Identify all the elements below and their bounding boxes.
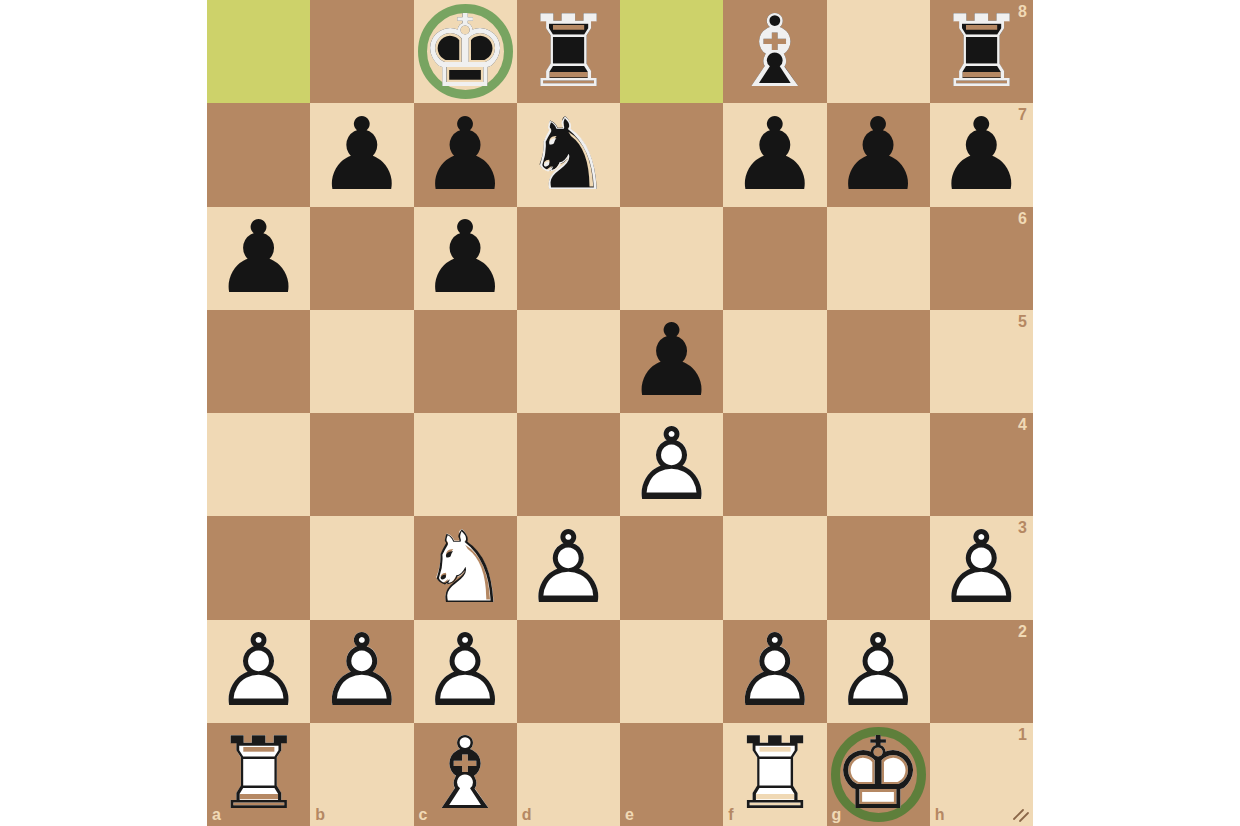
square-h2[interactable]: 2 bbox=[930, 620, 1033, 723]
piece-glyph-fill: ♝ bbox=[414, 723, 517, 826]
square-b5[interactable] bbox=[310, 310, 413, 413]
square-g1[interactable]: ♚♔g bbox=[827, 723, 930, 826]
piece-glyph-fill: ♞ bbox=[414, 516, 517, 619]
piece-glyph-fill: ♟ bbox=[930, 103, 1033, 206]
square-e3[interactable] bbox=[620, 516, 723, 619]
square-g5[interactable] bbox=[827, 310, 930, 413]
piece-white-rook[interactable]: ♜♖ bbox=[723, 723, 826, 826]
piece-glyph-fill: ♜ bbox=[517, 0, 620, 103]
square-d8[interactable]: ♜♖ bbox=[517, 0, 620, 103]
piece-glyph-outline: ♗ bbox=[723, 0, 826, 103]
piece-white-pawn[interactable]: ♟♙ bbox=[930, 516, 1033, 619]
square-d3[interactable]: ♟♙ bbox=[517, 516, 620, 619]
piece-glyph-fill: ♟ bbox=[414, 207, 517, 310]
piece-white-pawn[interactable]: ♟♙ bbox=[310, 620, 413, 723]
piece-glyph-fill: ♜ bbox=[930, 0, 1033, 103]
square-e7[interactable] bbox=[620, 103, 723, 206]
piece-glyph-outline: ♖ bbox=[723, 723, 826, 826]
piece-glyph-fill: ♚ bbox=[827, 723, 930, 826]
square-e5[interactable]: ♟ bbox=[620, 310, 723, 413]
piece-black-pawn[interactable]: ♟ bbox=[310, 103, 413, 206]
square-c4[interactable] bbox=[414, 413, 517, 516]
rank-label-6: 6 bbox=[1018, 210, 1027, 228]
square-f5[interactable] bbox=[723, 310, 826, 413]
square-g7[interactable]: ♟ bbox=[827, 103, 930, 206]
square-g2[interactable]: ♟♙ bbox=[827, 620, 930, 723]
piece-black-pawn[interactable]: ♟ bbox=[827, 103, 930, 206]
square-d1[interactable]: d bbox=[517, 723, 620, 826]
piece-glyph-outline: ♗ bbox=[414, 723, 517, 826]
piece-glyph-fill: ♟ bbox=[310, 620, 413, 723]
piece-black-bishop[interactable]: ♝♗ bbox=[723, 0, 826, 103]
piece-glyph-fill: ♟ bbox=[723, 103, 826, 206]
piece-glyph-fill: ♟ bbox=[827, 620, 930, 723]
piece-white-knight[interactable]: ♞♘ bbox=[414, 516, 517, 619]
piece-glyph-outline: ♙ bbox=[517, 516, 620, 619]
piece-glyph-fill: ♟ bbox=[414, 103, 517, 206]
piece-glyph-outline: ♖ bbox=[517, 0, 620, 103]
piece-glyph-fill: ♜ bbox=[207, 723, 310, 826]
square-c7[interactable]: ♟ bbox=[414, 103, 517, 206]
square-h7[interactable]: ♟7 bbox=[930, 103, 1033, 206]
piece-glyph-fill: ♟ bbox=[310, 103, 413, 206]
square-h4[interactable]: 4 bbox=[930, 413, 1033, 516]
piece-glyph-outline: ♙ bbox=[310, 620, 413, 723]
square-g3[interactable] bbox=[827, 516, 930, 619]
file-label-h: h bbox=[935, 806, 945, 824]
square-d6[interactable] bbox=[517, 207, 620, 310]
piece-glyph-outline: ♖ bbox=[207, 723, 310, 826]
square-c1[interactable]: ♝♗c bbox=[414, 723, 517, 826]
board-resize-handle-icon[interactable] bbox=[1011, 804, 1031, 824]
square-h6[interactable]: 6 bbox=[930, 207, 1033, 310]
file-label-e: e bbox=[625, 806, 634, 824]
piece-glyph-outline: ♘ bbox=[517, 103, 620, 206]
piece-black-rook[interactable]: ♜♖ bbox=[930, 0, 1033, 103]
piece-glyph-outline: ♙ bbox=[620, 413, 723, 516]
piece-glyph-outline: ♙ bbox=[930, 516, 1033, 619]
piece-white-bishop[interactable]: ♝♗ bbox=[414, 723, 517, 826]
square-a2[interactable]: ♟♙ bbox=[207, 620, 310, 723]
square-h3[interactable]: ♟♙3 bbox=[930, 516, 1033, 619]
piece-glyph-fill: ♞ bbox=[517, 103, 620, 206]
piece-white-pawn[interactable]: ♟♙ bbox=[517, 516, 620, 619]
piece-white-pawn[interactable]: ♟♙ bbox=[207, 620, 310, 723]
piece-glyph-fill: ♟ bbox=[414, 620, 517, 723]
piece-white-pawn[interactable]: ♟♙ bbox=[723, 620, 826, 723]
square-e6[interactable] bbox=[620, 207, 723, 310]
square-f4[interactable] bbox=[723, 413, 826, 516]
square-b7[interactable]: ♟ bbox=[310, 103, 413, 206]
square-f3[interactable] bbox=[723, 516, 826, 619]
square-b8[interactable] bbox=[310, 0, 413, 103]
square-g4[interactable] bbox=[827, 413, 930, 516]
square-b3[interactable] bbox=[310, 516, 413, 619]
square-d2[interactable] bbox=[517, 620, 620, 723]
piece-black-king[interactable]: ♚♔ bbox=[414, 0, 517, 103]
piece-glyph-outline: ♖ bbox=[930, 0, 1033, 103]
piece-glyph-fill: ♝ bbox=[723, 0, 826, 103]
file-label-d: d bbox=[522, 806, 532, 824]
file-label-b: b bbox=[315, 806, 325, 824]
square-c6[interactable]: ♟ bbox=[414, 207, 517, 310]
chess-board: ♚♔♜♖♝♗♜♖8♟♟♞♘♟♟♟7♟♟6♟5♟♙4♞♘♟♙♟♙3♟♙♟♙♟♙♟♙… bbox=[207, 0, 1033, 826]
piece-black-pawn[interactable]: ♟ bbox=[414, 103, 517, 206]
square-e1[interactable]: e bbox=[620, 723, 723, 826]
square-e8[interactable] bbox=[620, 0, 723, 103]
square-b4[interactable] bbox=[310, 413, 413, 516]
piece-glyph-outline: ♙ bbox=[723, 620, 826, 723]
square-g6[interactable] bbox=[827, 207, 930, 310]
piece-white-pawn[interactable]: ♟♙ bbox=[827, 620, 930, 723]
piece-black-pawn[interactable]: ♟ bbox=[207, 207, 310, 310]
piece-white-pawn[interactable]: ♟♙ bbox=[620, 413, 723, 516]
square-a3[interactable] bbox=[207, 516, 310, 619]
piece-glyph-fill: ♚ bbox=[414, 0, 517, 103]
piece-glyph-fill: ♟ bbox=[620, 310, 723, 413]
square-h5[interactable]: 5 bbox=[930, 310, 1033, 413]
page-background: ♚♔♜♖♝♗♜♖8♟♟♞♘♟♟♟7♟♟6♟5♟♙4♞♘♟♙♟♙3♟♙♟♙♟♙♟♙… bbox=[0, 0, 1240, 826]
square-d4[interactable] bbox=[517, 413, 620, 516]
square-f1[interactable]: ♜♖f bbox=[723, 723, 826, 826]
square-c3[interactable]: ♞♘ bbox=[414, 516, 517, 619]
square-g8[interactable] bbox=[827, 0, 930, 103]
square-d7[interactable]: ♞♘ bbox=[517, 103, 620, 206]
square-b1[interactable]: b bbox=[310, 723, 413, 826]
piece-glyph-fill: ♟ bbox=[207, 620, 310, 723]
piece-glyph-fill: ♟ bbox=[207, 207, 310, 310]
square-a6[interactable]: ♟ bbox=[207, 207, 310, 310]
piece-glyph-outline: ♙ bbox=[827, 620, 930, 723]
square-b2[interactable]: ♟♙ bbox=[310, 620, 413, 723]
piece-white-rook[interactable]: ♜♖ bbox=[207, 723, 310, 826]
piece-glyph-fill: ♟ bbox=[827, 103, 930, 206]
piece-white-pawn[interactable]: ♟♙ bbox=[414, 620, 517, 723]
rank-label-1: 1 bbox=[1018, 726, 1027, 744]
rank-label-2: 2 bbox=[1018, 623, 1027, 641]
square-a4[interactable] bbox=[207, 413, 310, 516]
rank-label-5: 5 bbox=[1018, 313, 1027, 331]
piece-glyph-outline: ♙ bbox=[207, 620, 310, 723]
square-c8[interactable]: ♚♔ bbox=[414, 0, 517, 103]
piece-glyph-fill: ♜ bbox=[723, 723, 826, 826]
square-d5[interactable] bbox=[517, 310, 620, 413]
square-a5[interactable] bbox=[207, 310, 310, 413]
square-f7[interactable]: ♟ bbox=[723, 103, 826, 206]
square-a8[interactable] bbox=[207, 0, 310, 103]
piece-glyph-outline: ♔ bbox=[414, 0, 517, 103]
square-e4[interactable]: ♟♙ bbox=[620, 413, 723, 516]
square-f6[interactable] bbox=[723, 207, 826, 310]
piece-glyph-outline: ♙ bbox=[414, 620, 517, 723]
square-f8[interactable]: ♝♗ bbox=[723, 0, 826, 103]
square-b6[interactable] bbox=[310, 207, 413, 310]
piece-black-pawn[interactable]: ♟ bbox=[414, 207, 517, 310]
square-e2[interactable] bbox=[620, 620, 723, 723]
piece-glyph-fill: ♟ bbox=[517, 516, 620, 619]
piece-black-knight[interactable]: ♞♘ bbox=[517, 103, 620, 206]
piece-black-pawn[interactable]: ♟ bbox=[620, 310, 723, 413]
piece-glyph-outline: ♔ bbox=[827, 723, 930, 826]
square-h8[interactable]: ♜♖8 bbox=[930, 0, 1033, 103]
piece-black-rook[interactable]: ♜♖ bbox=[517, 0, 620, 103]
piece-glyph-fill: ♟ bbox=[620, 413, 723, 516]
square-f2[interactable]: ♟♙ bbox=[723, 620, 826, 723]
rank-label-4: 4 bbox=[1018, 416, 1027, 434]
square-a7[interactable] bbox=[207, 103, 310, 206]
piece-glyph-fill: ♟ bbox=[930, 516, 1033, 619]
piece-glyph-fill: ♟ bbox=[723, 620, 826, 723]
piece-black-pawn[interactable]: ♟ bbox=[930, 103, 1033, 206]
square-c5[interactable] bbox=[414, 310, 517, 413]
piece-white-king[interactable]: ♚♔ bbox=[827, 723, 930, 826]
piece-black-pawn[interactable]: ♟ bbox=[723, 103, 826, 206]
square-h1[interactable]: 1h bbox=[930, 723, 1033, 826]
square-a1[interactable]: ♜♖a bbox=[207, 723, 310, 826]
square-c2[interactable]: ♟♙ bbox=[414, 620, 517, 723]
piece-glyph-outline: ♘ bbox=[414, 516, 517, 619]
